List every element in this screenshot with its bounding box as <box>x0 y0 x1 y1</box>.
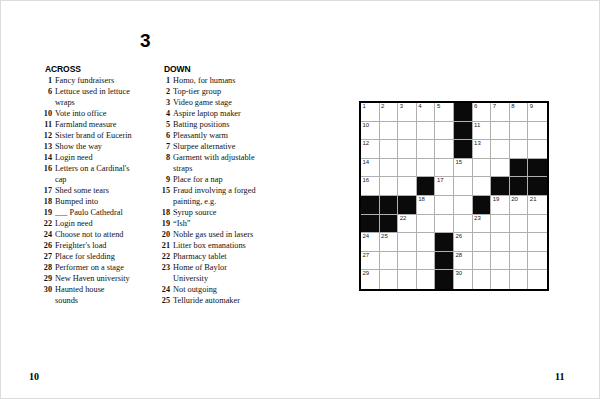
grid-cell[interactable] <box>417 122 436 141</box>
clue-number: 25 <box>157 295 170 306</box>
clue-down-7: 7Slurpee alternative <box>157 141 256 152</box>
clue-number: 22 <box>157 251 170 262</box>
block-cell <box>380 196 399 215</box>
clue-text: Choose not to attend <box>55 229 123 240</box>
grid-cell[interactable] <box>491 233 510 252</box>
clue-text: New Haven university <box>55 273 130 284</box>
clue-across-29: 29New Haven university <box>39 273 132 284</box>
clue-number: 23 <box>157 262 170 273</box>
clue-text: Slurpee alternative <box>173 141 235 152</box>
grid-cell[interactable]: 20 <box>510 196 529 215</box>
grid-cell[interactable] <box>473 159 492 178</box>
clue-number: 8 <box>157 152 170 163</box>
grid-cell[interactable]: 10 <box>361 122 380 141</box>
clue-down-18: 18Syrup source <box>157 207 256 218</box>
clue-text: Home of Baylor University <box>173 262 227 284</box>
clue-down-22: 22Pharmacy tablet <box>157 251 256 262</box>
grid-cell[interactable] <box>417 252 436 271</box>
grid-cell[interactable] <box>398 270 417 289</box>
block-cell <box>454 103 473 122</box>
clue-text: Video game stage <box>173 97 232 108</box>
grid-cell[interactable]: 28 <box>454 252 473 271</box>
down-clues: 1Homo, for humans2Top-tier group3Video g… <box>157 75 256 306</box>
grid-cell[interactable]: 22 <box>398 215 417 234</box>
block-cell <box>435 270 454 289</box>
clue-down-6: 6Pleasantly warm <box>157 130 256 141</box>
clue-text: Sister brand of Eucerin <box>55 130 132 141</box>
grid-cell[interactable] <box>510 252 529 271</box>
clue-text: Farmland measure <box>55 119 117 130</box>
clue-across-14: 14Login need <box>39 152 132 163</box>
clue-down-5: 5Batting positions <box>157 119 256 130</box>
clue-text: Aspire laptop maker <box>173 108 241 119</box>
clue-across-22: 22Login need <box>39 218 132 229</box>
clue-number: 17 <box>39 185 52 196</box>
clue-text: Top-tier group <box>173 86 221 97</box>
clue-text: Login need <box>55 218 93 229</box>
clue-number: 18 <box>157 207 170 218</box>
clue-number: 4 <box>157 108 170 119</box>
clue-text: Telluride automaker <box>173 295 240 306</box>
clue-down-8: 8Garment with adjustable straps <box>157 152 256 174</box>
clue-number: 18 <box>39 196 52 207</box>
grid-cell[interactable] <box>380 177 399 196</box>
clue-text: Syrup source <box>173 207 217 218</box>
clue-number: 1 <box>157 75 170 86</box>
grid-cell[interactable]: 30 <box>454 270 473 289</box>
grid-cell[interactable] <box>435 140 454 159</box>
clue-text: Noble gas used in lasers <box>173 229 253 240</box>
grid-cell[interactable] <box>417 140 436 159</box>
grid-cell[interactable]: 1 <box>361 103 380 122</box>
clue-number: 14 <box>39 152 52 163</box>
clue-number: 16 <box>39 163 52 174</box>
block-cell <box>380 215 399 234</box>
clue-text: Fraud involving a forged painting, e.g. <box>173 185 256 207</box>
clue-text: Batting positions <box>173 119 229 130</box>
grid-cell[interactable]: 2 <box>380 103 399 122</box>
clue-down-9: 9Place for a nap <box>157 174 256 185</box>
cell-number: 25 <box>381 233 388 240</box>
clue-across-1: 1Fancy fundraisers <box>39 75 132 86</box>
grid-cell[interactable] <box>417 233 436 252</box>
across-clue-list: ACROSS 1Fancy fundraisers6Lettuce used i… <box>39 63 132 306</box>
block-cell <box>454 140 473 159</box>
cell-number: 19 <box>493 196 500 203</box>
grid-cell[interactable] <box>491 140 510 159</box>
grid-cell[interactable] <box>435 159 454 178</box>
grid-cell[interactable]: 5 <box>435 103 454 122</box>
clue-text: “Ish” <box>173 218 191 229</box>
grid-cell[interactable]: 25 <box>380 233 399 252</box>
grid-cell[interactable] <box>398 122 417 141</box>
cell-number: 29 <box>363 270 370 277</box>
grid-cell[interactable] <box>491 122 510 141</box>
grid-cell[interactable] <box>510 233 529 252</box>
cell-number: 22 <box>400 215 407 222</box>
cell-number: 16 <box>363 177 370 184</box>
clue-across-13: 13Show the way <box>39 141 132 152</box>
clue-text: Letters on a Cardinal's cap <box>55 163 130 185</box>
grid-cell[interactable] <box>380 159 399 178</box>
clue-number: 12 <box>39 130 52 141</box>
grid-cell[interactable] <box>528 140 547 159</box>
grid-cell[interactable] <box>473 177 492 196</box>
clue-across-12: 12Sister brand of Eucerin <box>39 130 132 141</box>
cell-number: 15 <box>455 159 462 166</box>
clue-number: 30 <box>39 284 52 295</box>
clue-across-28: 28Performer on a stage <box>39 262 132 273</box>
across-clues: 1Fancy fundraisers6Lettuce used in lettu… <box>39 75 132 306</box>
clue-down-23: 23Home of Baylor University <box>157 262 256 284</box>
cell-number: 5 <box>437 103 440 110</box>
cell-number: 14 <box>363 159 370 166</box>
grid-cell[interactable]: 14 <box>361 159 380 178</box>
grid-cell[interactable]: 17 <box>435 177 454 196</box>
clue-number: 27 <box>39 251 52 262</box>
grid-cell[interactable] <box>528 233 547 252</box>
down-clue-list: DOWN 1Homo, for humans2Top-tier group3Vi… <box>157 63 256 306</box>
grid-cell[interactable]: 8 <box>510 103 529 122</box>
clue-number: 22 <box>39 218 52 229</box>
clue-number: 13 <box>39 141 52 152</box>
book-page-spread: 3 ACROSS 1Fancy fundraisers6Lettuce used… <box>0 0 600 399</box>
clue-across-19: 19___ Paulo Cathedral <box>39 207 132 218</box>
grid-cell[interactable]: 21 <box>528 196 547 215</box>
cell-number: 3 <box>400 103 403 110</box>
clue-text: Lettuce used in lettuce wraps <box>55 86 130 108</box>
grid-cell[interactable]: 11 <box>473 122 492 141</box>
clue-across-18: 18Bumped into <box>39 196 132 207</box>
grid-cell[interactable] <box>473 233 492 252</box>
grid-cell[interactable]: 26 <box>454 233 473 252</box>
clue-down-4: 4Aspire laptop maker <box>157 108 256 119</box>
clue-across-26: 26Freighter's load <box>39 240 132 251</box>
grid-cell[interactable] <box>491 252 510 271</box>
grid-cell[interactable] <box>528 270 547 289</box>
cell-number: 17 <box>437 177 444 184</box>
clue-text: Place for sledding <box>55 251 115 262</box>
clue-number: 5 <box>157 119 170 130</box>
clue-text: Litter box emanations <box>173 240 246 251</box>
cell-number: 11 <box>474 122 480 129</box>
grid-cell[interactable] <box>528 215 547 234</box>
page-number-right: 11 <box>555 371 564 382</box>
clue-number: 10 <box>39 108 52 119</box>
clue-text: Freighter's load <box>55 240 107 251</box>
clue-across-17: 17Shed some tears <box>39 185 132 196</box>
cell-number: 20 <box>511 196 518 203</box>
grid-cell[interactable] <box>417 270 436 289</box>
cell-number: 9 <box>530 103 533 110</box>
cell-number: 21 <box>530 196 537 203</box>
clue-number: 6 <box>157 130 170 141</box>
clue-number: 3 <box>157 97 170 108</box>
block-cell <box>473 196 492 215</box>
grid-cell[interactable] <box>510 270 529 289</box>
grid-cell[interactable]: 29 <box>361 270 380 289</box>
grid-cell[interactable]: 18 <box>417 196 436 215</box>
block-cell <box>510 159 529 178</box>
clue-across-24: 24Choose not to attend <box>39 229 132 240</box>
cell-number: 6 <box>474 103 477 110</box>
block-cell <box>510 177 529 196</box>
cell-number: 8 <box>511 103 514 110</box>
grid-cell[interactable]: 23 <box>473 215 492 234</box>
cell-number: 24 <box>363 233 370 240</box>
grid-cell[interactable]: 12 <box>361 140 380 159</box>
clue-number: 11 <box>39 119 52 130</box>
crossword-grid: 1234567891011121314151617181920212223242… <box>359 101 549 291</box>
grid-cell[interactable] <box>528 252 547 271</box>
grid-cell[interactable] <box>473 252 492 271</box>
grid-cell[interactable] <box>435 196 454 215</box>
page-number-left: 10 <box>29 371 39 382</box>
clue-down-15: 15Fraud involving a forged painting, e.g… <box>157 185 256 207</box>
grid-cell[interactable] <box>510 122 529 141</box>
clue-text: Garment with adjustable straps <box>173 152 255 174</box>
clue-number: 29 <box>39 273 52 284</box>
clue-text: Not outgoing <box>173 284 217 295</box>
clue-number: 24 <box>39 229 52 240</box>
cell-number: 23 <box>474 215 481 222</box>
grid-cell[interactable] <box>417 215 436 234</box>
clue-number: 1 <box>39 75 52 86</box>
cell-number: 1 <box>363 103 366 110</box>
grid-cell[interactable] <box>380 252 399 271</box>
clue-across-10: 10Vote into office <box>39 108 132 119</box>
grid-cell[interactable]: 7 <box>491 103 510 122</box>
clue-text: Fancy fundraisers <box>55 75 114 86</box>
grid-cell[interactable] <box>380 122 399 141</box>
clue-number: 7 <box>157 141 170 152</box>
clue-down-2: 2Top-tier group <box>157 86 256 97</box>
clue-number: 21 <box>157 240 170 251</box>
grid-cell[interactable]: 24 <box>361 233 380 252</box>
grid-cell[interactable] <box>398 177 417 196</box>
grid-cell[interactable]: 13 <box>473 140 492 159</box>
clue-number: 9 <box>157 174 170 185</box>
grid-cell[interactable]: 6 <box>473 103 492 122</box>
cell-number: 12 <box>363 140 370 147</box>
clue-number: 15 <box>157 185 170 196</box>
block-cell <box>417 177 436 196</box>
grid-cell[interactable] <box>380 140 399 159</box>
grid-cell[interactable] <box>398 252 417 271</box>
grid-cell[interactable]: 15 <box>454 159 473 178</box>
clue-number: 26 <box>39 240 52 251</box>
block-cell <box>361 215 380 234</box>
clue-down-21: 21Litter box emanations <box>157 240 256 251</box>
grid-cell[interactable]: 19 <box>491 196 510 215</box>
cell-number: 2 <box>381 103 384 110</box>
grid-cell[interactable]: 27 <box>361 252 380 271</box>
block-cell <box>435 252 454 271</box>
clue-across-30: 30Haunted house sounds <box>39 284 132 306</box>
cell-number: 7 <box>493 103 496 110</box>
clue-text: Bumped into <box>55 196 98 207</box>
clue-down-20: 20Noble gas used in lasers <box>157 229 256 240</box>
clue-across-16: 16Letters on a Cardinal's cap <box>39 163 132 185</box>
cell-number: 26 <box>455 233 462 240</box>
clue-down-3: 3Video game stage <box>157 97 256 108</box>
grid-cell[interactable]: 3 <box>398 103 417 122</box>
block-cell <box>435 233 454 252</box>
clue-text: Pharmacy tablet <box>173 251 227 262</box>
grid-cell[interactable] <box>398 140 417 159</box>
clue-number: 19 <box>39 207 52 218</box>
grid-cell[interactable] <box>491 215 510 234</box>
clue-text: Place for a nap <box>173 174 223 185</box>
clue-across-6: 6Lettuce used in lettuce wraps <box>39 86 132 108</box>
grid-cell[interactable] <box>510 215 529 234</box>
clue-text: Performer on a stage <box>55 262 124 273</box>
clue-text: Login need <box>55 152 93 163</box>
grid-cell[interactable] <box>491 270 510 289</box>
grid-cell[interactable] <box>454 215 473 234</box>
grid-cell[interactable] <box>380 270 399 289</box>
block-cell <box>398 196 417 215</box>
block-cell <box>528 177 547 196</box>
clue-number: 2 <box>157 86 170 97</box>
clue-number: 6 <box>39 86 52 97</box>
clue-text: Haunted house sounds <box>55 284 105 306</box>
grid-cell[interactable] <box>435 122 454 141</box>
grid-cell[interactable] <box>417 159 436 178</box>
grid-cell[interactable] <box>398 233 417 252</box>
grid-cell[interactable]: 9 <box>528 103 547 122</box>
clue-number: 20 <box>157 229 170 240</box>
cell-number: 28 <box>455 252 462 259</box>
grid-cell[interactable] <box>473 270 492 289</box>
grid-cell[interactable]: 4 <box>417 103 436 122</box>
block-cell <box>528 159 547 178</box>
clue-number: 24 <box>157 284 170 295</box>
clue-across-11: 11Farmland measure <box>39 119 132 130</box>
cell-number: 4 <box>418 103 421 110</box>
cell-number: 30 <box>455 270 462 277</box>
clue-text: Homo, for humans <box>173 75 235 86</box>
block-cell <box>361 196 380 215</box>
grid-cell[interactable] <box>398 159 417 178</box>
clue-down-25: 25Telluride automaker <box>157 295 256 306</box>
grid-cell[interactable] <box>435 215 454 234</box>
clue-text: Vote into office <box>55 108 106 119</box>
across-header: ACROSS <box>45 63 132 75</box>
clue-text: Show the way <box>55 141 102 152</box>
grid-cell[interactable] <box>454 177 473 196</box>
grid-cell[interactable] <box>510 140 529 159</box>
cell-number: 18 <box>418 196 425 203</box>
grid-cell[interactable] <box>528 122 547 141</box>
clue-across-27: 27Place for sledding <box>39 251 132 262</box>
clue-text: ___ Paulo Cathedral <box>55 207 123 218</box>
cell-number: 27 <box>363 252 370 259</box>
clue-down-1: 1Homo, for humans <box>157 75 256 86</box>
block-cell <box>454 122 473 141</box>
clue-number: 28 <box>39 262 52 273</box>
clue-number: 19 <box>157 218 170 229</box>
clue-text: Shed some tears <box>55 185 109 196</box>
down-header: DOWN <box>164 63 256 75</box>
puzzle-number: 3 <box>140 30 151 52</box>
cell-number: 10 <box>363 122 370 129</box>
grid-cell[interactable]: 16 <box>361 177 380 196</box>
block-cell <box>491 177 510 196</box>
clue-text: Pleasantly warm <box>173 130 228 141</box>
grid-cell[interactable] <box>454 196 473 215</box>
grid-cell[interactable] <box>491 159 510 178</box>
cell-number: 13 <box>474 140 481 147</box>
clue-down-24: 24Not outgoing <box>157 284 256 295</box>
clue-down-19: 19“Ish” <box>157 218 256 229</box>
